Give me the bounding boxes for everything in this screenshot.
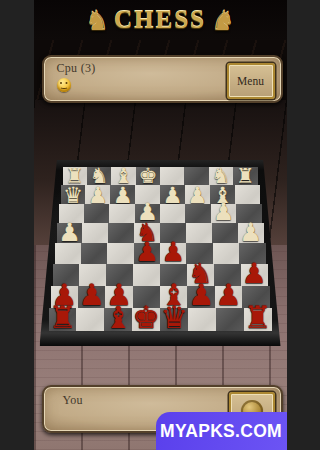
square-h4[interactable]: ♟ <box>57 223 83 243</box>
watermark-banner: MYAPKS.COM <box>156 412 287 450</box>
square-a4[interactable]: ♟ <box>238 223 264 243</box>
square-c8[interactable] <box>188 308 216 331</box>
square-b3[interactable]: ♟ <box>211 204 236 223</box>
knight-icon: ♞ <box>211 7 235 34</box>
square-c3[interactable] <box>185 204 210 223</box>
square-e6[interactable] <box>133 264 160 286</box>
piece-red-rook[interactable]: ♜ <box>244 302 272 333</box>
square-f2[interactable]: ♟ <box>110 185 135 204</box>
square-a6[interactable]: ♟ <box>241 264 268 286</box>
piece-red-pawn[interactable]: ♟ <box>78 281 104 310</box>
piece-cream-pawn[interactable]: ♟ <box>162 184 182 206</box>
piece-red-pawn[interactable]: ♟ <box>161 239 185 266</box>
square-e5[interactable]: ♟ <box>134 243 160 264</box>
square-h2[interactable]: ♛ <box>61 185 86 204</box>
square-g4[interactable] <box>82 223 108 243</box>
piece-red-rook[interactable]: ♜ <box>49 302 77 333</box>
app-header: ♞ CHESS ♞ <box>34 0 287 40</box>
square-b7[interactable]: ♟ <box>215 286 242 308</box>
board-row: ♟♟ <box>55 243 266 264</box>
smiley-face-icon <box>57 78 71 92</box>
piece-red-king[interactable]: ♚ <box>132 302 160 333</box>
square-h5[interactable] <box>55 243 81 264</box>
chess-board[interactable]: ♜♞♝♚♞♜♛♟♟♟♟♝♟♟♟♞♟♟♟♞♟♟♟♟♝♟♟♜♝♚♛♜ <box>34 167 287 331</box>
chess-app: ♞ CHESS ♞ Cpu (3) Menu ♜♞♝♚♞♜♛♟♟♟♟♝♟♟♟♞♟… <box>34 0 287 450</box>
piece-cream-pawn[interactable]: ♟ <box>213 201 234 225</box>
opponent-bar: Cpu (3) Menu <box>42 55 283 103</box>
square-f3[interactable] <box>109 204 134 223</box>
square-g2[interactable]: ♟ <box>85 185 110 204</box>
piece-cream-queen[interactable]: ♛ <box>63 184 83 206</box>
square-e1[interactable]: ♚ <box>136 167 160 185</box>
piece-cream-pawn[interactable]: ♟ <box>113 184 133 206</box>
square-d8[interactable]: ♛ <box>160 308 188 331</box>
menu-button[interactable]: Menu <box>227 63 275 99</box>
board-row: ♟♞♟ <box>57 223 264 243</box>
square-a1[interactable]: ♜ <box>233 167 257 185</box>
square-b5[interactable] <box>213 243 239 264</box>
square-f5[interactable] <box>107 243 133 264</box>
square-f8[interactable]: ♝ <box>104 308 132 331</box>
piece-cream-pawn[interactable]: ♟ <box>58 220 81 245</box>
square-g7[interactable]: ♟ <box>78 286 105 308</box>
piece-red-pawn[interactable]: ♟ <box>242 260 267 288</box>
board-row: ♜♝♚♛♜ <box>49 308 272 331</box>
square-g3[interactable] <box>84 204 109 223</box>
square-a8[interactable]: ♜ <box>244 308 272 331</box>
square-b8[interactable] <box>216 308 244 331</box>
piece-cream-rook[interactable]: ♜ <box>236 166 255 187</box>
app-title: CHESS <box>114 6 206 34</box>
piece-red-pawn[interactable]: ♟ <box>135 239 159 266</box>
piece-red-bishop[interactable]: ♝ <box>104 302 132 333</box>
piece-red-queen[interactable]: ♛ <box>160 302 188 333</box>
square-g8[interactable] <box>76 308 104 331</box>
piece-cream-pawn[interactable]: ♟ <box>187 184 207 206</box>
square-f4[interactable] <box>108 223 134 243</box>
piece-cream-pawn[interactable]: ♟ <box>88 184 108 206</box>
board-row: ♟♟ <box>59 204 262 223</box>
piece-cream-king[interactable]: ♚ <box>138 166 157 187</box>
piece-red-pawn[interactable]: ♟ <box>215 281 241 310</box>
piece-cream-pawn[interactable]: ♟ <box>239 220 262 245</box>
square-a2[interactable] <box>235 185 260 204</box>
square-c4[interactable] <box>186 223 212 243</box>
square-c7[interactable]: ♟ <box>187 286 214 308</box>
square-d2[interactable]: ♟ <box>160 185 185 204</box>
knight-icon: ♞ <box>85 7 109 34</box>
square-g5[interactable] <box>81 243 107 264</box>
piece-red-pawn[interactable]: ♟ <box>188 281 214 310</box>
square-h8[interactable]: ♜ <box>49 308 77 331</box>
player-label: You <box>63 393 83 408</box>
square-c2[interactable]: ♟ <box>185 185 210 204</box>
opponent-label: Cpu (3) <box>57 61 96 76</box>
square-b4[interactable] <box>212 223 238 243</box>
square-e8[interactable]: ♚ <box>132 308 160 331</box>
square-d5[interactable]: ♟ <box>160 243 186 264</box>
square-d3[interactable] <box>160 204 185 223</box>
